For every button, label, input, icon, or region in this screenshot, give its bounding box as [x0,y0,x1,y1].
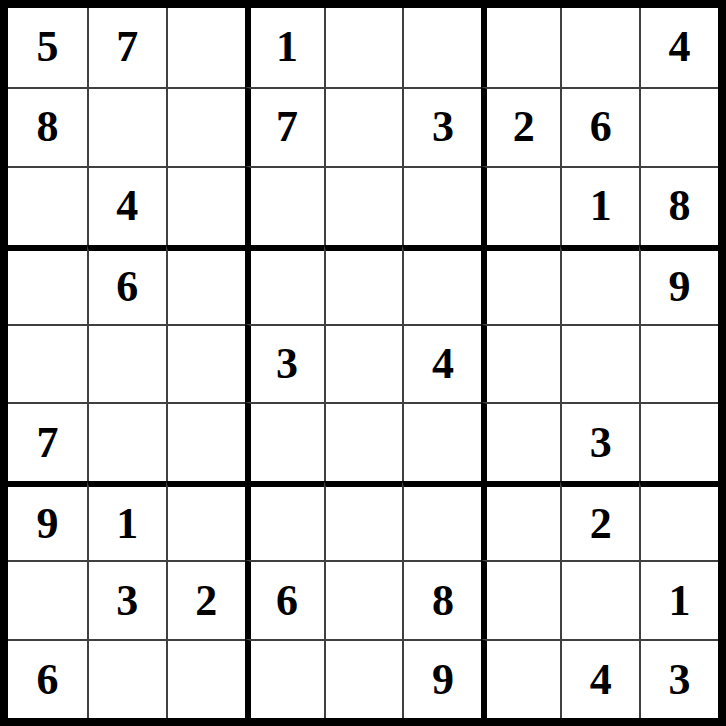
sudoku-cell-r3c9[interactable]: 8 [639,166,718,245]
sudoku-cell-r2c2[interactable] [87,87,166,166]
sudoku-cell-r4c5[interactable] [324,245,403,324]
sudoku-cell-r1c1[interactable]: 5 [8,8,87,87]
given-digit: 1 [669,579,691,623]
sudoku-cell-r4c1[interactable] [8,245,87,324]
sudoku-cell-r3c4[interactable] [245,166,324,245]
sudoku-cell-r4c3[interactable] [166,245,245,324]
sudoku-cell-r1c7[interactable] [481,8,560,87]
given-digit: 3 [669,658,691,702]
given-digit: 3 [116,579,138,623]
sudoku-cell-r9c3[interactable] [166,639,245,718]
sudoku-cell-r5c6[interactable]: 4 [402,324,481,403]
sudoku-cell-r7c1[interactable]: 9 [8,481,87,560]
sudoku-cell-r5c4[interactable]: 3 [245,324,324,403]
sudoku-cell-r9c4[interactable] [245,639,324,718]
sudoku-cell-r9c9[interactable]: 3 [639,639,718,718]
sudoku-cell-r6c4[interactable] [245,402,324,481]
sudoku-cell-r9c6[interactable]: 9 [402,639,481,718]
sudoku-cell-r8c1[interactable] [8,560,87,639]
sudoku-cell-r3c7[interactable] [481,166,560,245]
sudoku-cell-r5c5[interactable] [324,324,403,403]
given-digit: 6 [116,265,138,309]
sudoku-cell-r8c6[interactable]: 8 [402,560,481,639]
sudoku-cell-r1c6[interactable] [402,8,481,87]
sudoku-cell-r9c5[interactable] [324,639,403,718]
sudoku-cell-r7c4[interactable] [245,481,324,560]
sudoku-cell-r6c3[interactable] [166,402,245,481]
given-digit: 4 [590,658,612,702]
sudoku-cell-r8c2[interactable]: 3 [87,560,166,639]
sudoku-cell-r2c3[interactable] [166,87,245,166]
sudoku-cell-r8c9[interactable]: 1 [639,560,718,639]
sudoku-cell-r8c5[interactable] [324,560,403,639]
sudoku-board: 571487326418693473912326816943 [0,0,726,726]
given-digit: 7 [276,105,298,149]
sudoku-cell-r3c5[interactable] [324,166,403,245]
given-digit: 7 [36,421,58,465]
sudoku-cell-r6c9[interactable] [639,402,718,481]
sudoku-cell-r3c3[interactable] [166,166,245,245]
sudoku-cell-r1c9[interactable]: 4 [639,8,718,87]
sudoku-cell-r4c4[interactable] [245,245,324,324]
sudoku-cell-r6c7[interactable] [481,402,560,481]
sudoku-cell-r5c3[interactable] [166,324,245,403]
sudoku-cell-r2c7[interactable]: 2 [481,87,560,166]
given-digit: 5 [36,25,58,69]
sudoku-cell-r8c8[interactable] [560,560,639,639]
sudoku-cell-r9c2[interactable] [87,639,166,718]
sudoku-cell-r2c4[interactable]: 7 [245,87,324,166]
sudoku-cell-r9c1[interactable]: 6 [8,639,87,718]
given-digit: 9 [432,658,454,702]
given-digit: 8 [36,105,58,149]
sudoku-cell-r6c6[interactable] [402,402,481,481]
given-digit: 8 [432,579,454,623]
given-digit: 3 [590,421,612,465]
given-digit: 2 [513,105,535,149]
given-digit: 9 [36,502,58,546]
given-digit: 6 [590,105,612,149]
given-digit: 7 [116,25,138,69]
sudoku-cell-r4c9[interactable]: 9 [639,245,718,324]
sudoku-cell-r5c9[interactable] [639,324,718,403]
given-digit: 6 [36,658,58,702]
sudoku-cell-r8c7[interactable] [481,560,560,639]
given-digit: 1 [590,184,612,228]
given-digit: 1 [116,502,138,546]
sudoku-cell-r6c8[interactable]: 3 [560,402,639,481]
sudoku-cell-r7c7[interactable] [481,481,560,560]
given-digit: 4 [116,184,138,228]
sudoku-cell-r2c9[interactable] [639,87,718,166]
given-digit: 3 [276,342,298,386]
sudoku-cell-r9c8[interactable]: 4 [560,639,639,718]
sudoku-cell-r1c2[interactable]: 7 [87,8,166,87]
sudoku-cell-r5c2[interactable] [87,324,166,403]
sudoku-cell-r4c2[interactable]: 6 [87,245,166,324]
sudoku-cell-r1c4[interactable]: 1 [245,8,324,87]
given-digit: 2 [590,502,612,546]
sudoku-cell-r1c8[interactable] [560,8,639,87]
sudoku-cell-r4c8[interactable] [560,245,639,324]
sudoku-cell-r3c6[interactable] [402,166,481,245]
given-digit: 4 [669,25,691,69]
sudoku-cell-r2c1[interactable]: 8 [8,87,87,166]
sudoku-cell-r6c1[interactable]: 7 [8,402,87,481]
given-digit: 1 [276,25,298,69]
sudoku-cell-r3c2[interactable]: 4 [87,166,166,245]
sudoku-cell-r8c3[interactable]: 2 [166,560,245,639]
sudoku-cell-r1c3[interactable] [166,8,245,87]
sudoku-cell-r8c4[interactable]: 6 [245,560,324,639]
given-digit: 4 [432,342,454,386]
given-digit: 9 [669,265,691,309]
sudoku-cell-r4c6[interactable] [402,245,481,324]
sudoku-cell-r9c7[interactable] [481,639,560,718]
sudoku-cell-r5c7[interactable] [481,324,560,403]
sudoku-cell-r7c5[interactable] [324,481,403,560]
given-digit: 6 [276,579,298,623]
sudoku-cell-r4c7[interactable] [481,245,560,324]
sudoku-cell-r2c6[interactable]: 3 [402,87,481,166]
sudoku-cell-r2c5[interactable] [324,87,403,166]
given-digit: 8 [669,184,691,228]
sudoku-cell-r5c8[interactable] [560,324,639,403]
sudoku-cell-r2c8[interactable]: 6 [560,87,639,166]
sudoku-cell-r3c1[interactable] [8,166,87,245]
sudoku-cell-r6c2[interactable] [87,402,166,481]
sudoku-cell-r7c9[interactable] [639,481,718,560]
sudoku-cell-r7c6[interactable] [402,481,481,560]
given-digit: 2 [195,579,217,623]
given-digit: 3 [432,105,454,149]
sudoku-cell-r6c5[interactable] [324,402,403,481]
sudoku-cell-r7c2[interactable]: 1 [87,481,166,560]
sudoku-cell-r1c5[interactable] [324,8,403,87]
sudoku-cell-r7c3[interactable] [166,481,245,560]
sudoku-cell-r5c1[interactable] [8,324,87,403]
sudoku-cell-r7c8[interactable]: 2 [560,481,639,560]
sudoku-cell-r3c8[interactable]: 1 [560,166,639,245]
